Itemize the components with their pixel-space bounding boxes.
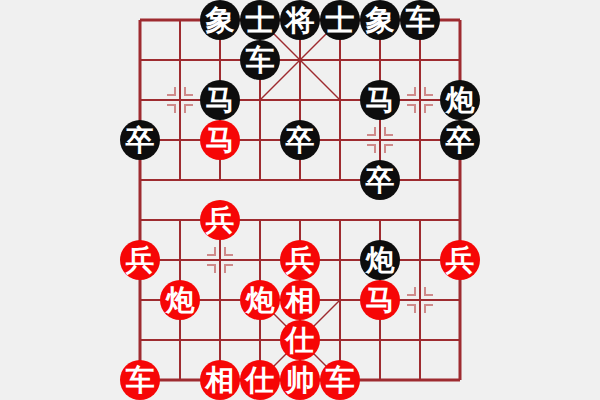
black-chariot[interactable]: 车 xyxy=(240,40,280,80)
xiangqi-board[interactable]: 象士将士象车车马马炮卒卒卒卒炮马兵兵兵兵炮炮相马仕车相仕帅车 xyxy=(0,0,600,400)
red-pawn[interactable]: 兵 xyxy=(280,240,320,280)
red-pawn[interactable]: 兵 xyxy=(200,200,240,240)
red-pawn[interactable]: 兵 xyxy=(120,240,160,280)
black-pawn[interactable]: 卒 xyxy=(120,120,160,160)
red-general[interactable]: 帅 xyxy=(280,360,320,400)
black-horse[interactable]: 马 xyxy=(200,80,240,120)
red-pawn[interactable]: 兵 xyxy=(440,240,480,280)
red-cannon[interactable]: 炮 xyxy=(160,280,200,320)
app-background: 象士将士象车车马马炮卒卒卒卒炮马兵兵兵兵炮炮相马仕车相仕帅车 xyxy=(0,0,600,400)
piece-layer: 象士将士象车车马马炮卒卒卒卒炮马兵兵兵兵炮炮相马仕车相仕帅车 xyxy=(120,0,480,400)
black-pawn[interactable]: 卒 xyxy=(360,160,400,200)
red-elephant[interactable]: 相 xyxy=(200,360,240,400)
black-cannon[interactable]: 炮 xyxy=(360,240,400,280)
black-cannon[interactable]: 炮 xyxy=(440,80,480,120)
black-pawn[interactable]: 卒 xyxy=(280,120,320,160)
black-elephant[interactable]: 象 xyxy=(360,0,400,40)
black-horse[interactable]: 马 xyxy=(360,80,400,120)
black-general[interactable]: 将 xyxy=(280,0,320,40)
red-chariot[interactable]: 车 xyxy=(120,360,160,400)
red-cannon[interactable]: 炮 xyxy=(240,280,280,320)
red-advisor[interactable]: 仕 xyxy=(240,360,280,400)
black-chariot[interactable]: 车 xyxy=(400,0,440,40)
red-advisor[interactable]: 仕 xyxy=(280,320,320,360)
black-advisor[interactable]: 士 xyxy=(240,0,280,40)
red-horse[interactable]: 马 xyxy=(200,120,240,160)
red-elephant[interactable]: 相 xyxy=(280,280,320,320)
black-elephant[interactable]: 象 xyxy=(200,0,240,40)
red-chariot[interactable]: 车 xyxy=(320,360,360,400)
red-horse[interactable]: 马 xyxy=(360,280,400,320)
black-advisor[interactable]: 士 xyxy=(320,0,360,40)
black-pawn[interactable]: 卒 xyxy=(440,120,480,160)
